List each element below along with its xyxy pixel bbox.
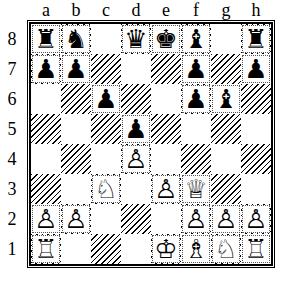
square-g3[interactable]: [211, 174, 241, 204]
square-g4[interactable]: [211, 144, 241, 174]
square-c4[interactable]: [91, 144, 121, 174]
piece-patch-f7: ♟: [182, 55, 210, 83]
piece-patch-e1: ♔: [152, 235, 180, 263]
square-b5[interactable]: [61, 114, 91, 144]
file-label-a: a: [31, 0, 61, 20]
square-h8[interactable]: ♜: [241, 24, 271, 54]
square-c2[interactable]: [91, 204, 121, 234]
black-pawn: ♟: [124, 116, 147, 142]
square-c7[interactable]: [91, 54, 121, 84]
square-d4[interactable]: ♙: [121, 144, 151, 174]
piece-patch-c6: ♟: [92, 85, 120, 113]
piece-patch-c3: ♘: [92, 175, 120, 203]
file-label-c: c: [91, 0, 121, 20]
piece-patch-f2: ♙: [182, 205, 210, 233]
black-rook: ♜: [34, 26, 57, 52]
white-rook: ♖: [244, 236, 267, 262]
black-knight: ♞: [64, 26, 87, 52]
file-label-d: d: [121, 0, 151, 20]
piece-patch-d8: ♛: [122, 25, 150, 53]
square-g5[interactable]: [211, 114, 241, 144]
square-b3[interactable]: [61, 174, 91, 204]
square-d1[interactable]: [121, 234, 151, 264]
square-d6[interactable]: [121, 84, 151, 114]
piece-patch-a7: ♟: [32, 55, 60, 83]
square-a6[interactable]: [31, 84, 61, 114]
rank-label-3: 3: [0, 174, 24, 204]
piece-patch-a8: ♜: [32, 25, 60, 53]
white-rook: ♖: [34, 236, 57, 262]
square-h5[interactable]: [241, 114, 271, 144]
square-c5[interactable]: [91, 114, 121, 144]
file-label-b: b: [61, 0, 91, 20]
square-c8[interactable]: [91, 24, 121, 54]
square-b8[interactable]: ♞: [61, 24, 91, 54]
square-a8[interactable]: ♜: [31, 24, 61, 54]
piece-patch-g1: ♘: [212, 235, 240, 263]
square-c6[interactable]: ♟: [91, 84, 121, 114]
black-pawn: ♟: [64, 56, 87, 82]
square-f2[interactable]: ♙: [181, 204, 211, 234]
black-queen: ♛: [124, 26, 147, 52]
rank-label-1: 1: [0, 234, 24, 264]
piece-patch-h1: ♖: [242, 235, 270, 263]
piece-patch-a2: ♙: [32, 205, 60, 233]
black-pawn: ♟: [184, 56, 207, 82]
square-h6[interactable]: [241, 84, 271, 114]
white-pawn: ♙: [124, 146, 147, 172]
white-king: ♔: [154, 236, 177, 262]
square-c3[interactable]: ♘: [91, 174, 121, 204]
square-a4[interactable]: [31, 144, 61, 174]
square-a7[interactable]: ♟: [31, 54, 61, 84]
white-pawn: ♙: [214, 206, 237, 232]
white-pawn: ♙: [154, 176, 177, 202]
piece-patch-h2: ♙: [242, 205, 270, 233]
square-e2[interactable]: [151, 204, 181, 234]
white-pawn: ♙: [244, 206, 267, 232]
file-label-h: h: [241, 0, 271, 20]
rank-label-5: 5: [0, 114, 24, 144]
square-g8[interactable]: [211, 24, 241, 54]
white-pawn: ♙: [34, 206, 57, 232]
square-f4[interactable]: [181, 144, 211, 174]
square-d7[interactable]: [121, 54, 151, 84]
square-f1[interactable]: ♗: [181, 234, 211, 264]
piece-patch-f3: ♕: [182, 175, 210, 203]
square-b6[interactable]: [61, 84, 91, 114]
square-d5[interactable]: ♟: [121, 114, 151, 144]
black-bishop: ♝: [214, 86, 237, 112]
white-pawn: ♙: [64, 206, 87, 232]
square-a2[interactable]: ♙: [31, 204, 61, 234]
square-a3[interactable]: [31, 174, 61, 204]
white-pawn: ♙: [184, 206, 207, 232]
piece-patch-f1: ♗: [182, 235, 210, 263]
piece-patch-d4: ♙: [122, 145, 150, 173]
chess-diagram: abcdefgh 87654321 ♜♞♛♚♝♜♟♟♟♟♟♟♝♟♙♘♙♕♙♙♙♙…: [0, 0, 283, 282]
rank-label-2: 2: [0, 204, 24, 234]
black-pawn: ♟: [94, 86, 117, 112]
board-frame: ♜♞♛♚♝♜♟♟♟♟♟♟♝♟♙♘♙♕♙♙♙♙♙♖♔♗♘♖: [27, 20, 275, 268]
piece-patch-f6: ♟: [182, 85, 210, 113]
square-d2[interactable]: [121, 204, 151, 234]
square-h2[interactable]: ♙: [241, 204, 271, 234]
piece-patch-e8: ♚: [152, 25, 180, 53]
black-pawn: ♟: [184, 86, 207, 112]
square-e8[interactable]: ♚: [151, 24, 181, 54]
square-h7[interactable]: ♟: [241, 54, 271, 84]
file-label-g: g: [211, 0, 241, 20]
square-h1[interactable]: ♖: [241, 234, 271, 264]
square-b7[interactable]: ♟: [61, 54, 91, 84]
black-pawn: ♟: [244, 56, 267, 82]
piece-patch-f8: ♝: [182, 25, 210, 53]
square-f6[interactable]: ♟: [181, 84, 211, 114]
file-labels: abcdefgh: [31, 0, 271, 20]
square-e1[interactable]: ♔: [151, 234, 181, 264]
rank-labels: 87654321: [0, 24, 24, 264]
board-grid: ♜♞♛♚♝♜♟♟♟♟♟♟♝♟♙♘♙♕♙♙♙♙♙♖♔♗♘♖: [29, 22, 273, 266]
white-knight: ♘: [94, 176, 117, 202]
rank-label-8: 8: [0, 24, 24, 54]
rank-label-6: 6: [0, 84, 24, 114]
white-knight: ♘: [214, 236, 237, 262]
square-b4[interactable]: [61, 144, 91, 174]
square-f7[interactable]: ♟: [181, 54, 211, 84]
square-e4[interactable]: [151, 144, 181, 174]
square-d3[interactable]: [121, 174, 151, 204]
square-g1[interactable]: ♘: [211, 234, 241, 264]
piece-patch-g6: ♝: [212, 85, 240, 113]
square-f3[interactable]: ♕: [181, 174, 211, 204]
black-pawn: ♟: [34, 56, 57, 82]
black-rook: ♜: [244, 26, 267, 52]
square-h3[interactable]: [241, 174, 271, 204]
square-e7[interactable]: [151, 54, 181, 84]
white-queen: ♕: [184, 176, 207, 202]
piece-patch-a1: ♖: [32, 235, 60, 263]
square-e5[interactable]: [151, 114, 181, 144]
file-label-f: f: [181, 0, 211, 20]
piece-patch-b2: ♙: [62, 205, 90, 233]
square-e3[interactable]: ♙: [151, 174, 181, 204]
square-b2[interactable]: ♙: [61, 204, 91, 234]
square-b1[interactable]: [61, 234, 91, 264]
piece-patch-g2: ♙: [212, 205, 240, 233]
black-bishop: ♝: [184, 26, 207, 52]
square-d8[interactable]: ♛: [121, 24, 151, 54]
piece-patch-e3: ♙: [152, 175, 180, 203]
square-a1[interactable]: ♖: [31, 234, 61, 264]
file-label-e: e: [151, 0, 181, 20]
piece-patch-d5: ♟: [122, 115, 150, 143]
black-king: ♚: [154, 26, 177, 52]
square-f5[interactable]: [181, 114, 211, 144]
piece-patch-h8: ♜: [242, 25, 270, 53]
piece-patch-h7: ♟: [242, 55, 270, 83]
piece-patch-b7: ♟: [62, 55, 90, 83]
square-a5[interactable]: [31, 114, 61, 144]
square-g6[interactable]: ♝: [211, 84, 241, 114]
white-bishop: ♗: [184, 236, 207, 262]
square-g2[interactable]: ♙: [211, 204, 241, 234]
rank-label-7: 7: [0, 54, 24, 84]
square-c1[interactable]: [91, 234, 121, 264]
piece-patch-b8: ♞: [62, 25, 90, 53]
square-g7[interactable]: [211, 54, 241, 84]
square-h4[interactable]: [241, 144, 271, 174]
square-e6[interactable]: [151, 84, 181, 114]
square-f8[interactable]: ♝: [181, 24, 211, 54]
rank-label-4: 4: [0, 144, 24, 174]
